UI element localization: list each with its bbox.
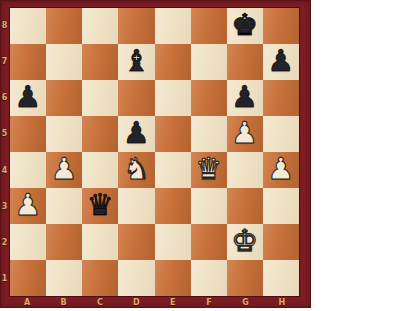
square-d7[interactable]: ♝ <box>118 44 154 80</box>
white-pawn-b4[interactable]: ♟ <box>51 154 78 184</box>
rank-label-3: 3 <box>0 188 9 224</box>
white-knight-d4[interactable]: ♞ <box>123 154 150 184</box>
rank-label-6: 6 <box>0 80 9 116</box>
square-a8[interactable] <box>10 8 46 44</box>
square-d8[interactable] <box>118 8 154 44</box>
square-d2[interactable] <box>118 224 154 260</box>
square-a3[interactable]: ♟ <box>10 188 46 224</box>
square-f7[interactable] <box>191 44 227 80</box>
square-e7[interactable] <box>155 44 191 80</box>
page: ♚♝♟♟♟♟♟♟♞♛♟♟♛♚ 87654321ABCDEFGH <box>0 0 414 311</box>
file-label-g: G <box>227 297 263 308</box>
square-h1[interactable] <box>263 260 299 296</box>
square-d4[interactable]: ♞ <box>118 152 154 188</box>
square-h2[interactable] <box>263 224 299 260</box>
square-f6[interactable] <box>191 80 227 116</box>
square-b5[interactable] <box>46 116 82 152</box>
file-label-f: F <box>191 297 227 308</box>
square-g2[interactable]: ♚ <box>227 224 263 260</box>
square-g3[interactable] <box>227 188 263 224</box>
square-g5[interactable]: ♟ <box>227 116 263 152</box>
file-label-e: E <box>155 297 191 308</box>
square-h4[interactable]: ♟ <box>263 152 299 188</box>
file-label-a: A <box>9 297 45 308</box>
square-a1[interactable] <box>10 260 46 296</box>
square-a4[interactable] <box>10 152 46 188</box>
square-b6[interactable] <box>46 80 82 116</box>
square-b1[interactable] <box>46 260 82 296</box>
square-a6[interactable]: ♟ <box>10 80 46 116</box>
white-pawn-a3[interactable]: ♟ <box>15 190 42 220</box>
square-d5[interactable]: ♟ <box>118 116 154 152</box>
square-b4[interactable]: ♟ <box>46 152 82 188</box>
square-d6[interactable] <box>118 80 154 116</box>
chess-board: ♚♝♟♟♟♟♟♟♞♛♟♟♛♚ <box>9 7 300 297</box>
square-f2[interactable] <box>191 224 227 260</box>
square-e8[interactable] <box>155 8 191 44</box>
white-king-g2[interactable]: ♚ <box>231 226 258 256</box>
square-h5[interactable] <box>263 116 299 152</box>
square-c8[interactable] <box>82 8 118 44</box>
square-d3[interactable] <box>118 188 154 224</box>
file-label-b: B <box>45 297 81 308</box>
black-bishop-d7[interactable]: ♝ <box>123 46 150 76</box>
black-pawn-d5[interactable]: ♟ <box>123 118 150 148</box>
black-king-g8[interactable]: ♚ <box>231 10 258 40</box>
square-c1[interactable] <box>82 260 118 296</box>
square-g8[interactable]: ♚ <box>227 8 263 44</box>
square-g6[interactable]: ♟ <box>227 80 263 116</box>
square-g1[interactable] <box>227 260 263 296</box>
black-pawn-a6[interactable]: ♟ <box>15 82 42 112</box>
square-e5[interactable] <box>155 116 191 152</box>
square-b3[interactable] <box>46 188 82 224</box>
file-label-c: C <box>82 297 118 308</box>
square-g4[interactable] <box>227 152 263 188</box>
square-e3[interactable] <box>155 188 191 224</box>
square-e6[interactable] <box>155 80 191 116</box>
square-h8[interactable] <box>263 8 299 44</box>
square-b7[interactable] <box>46 44 82 80</box>
square-a5[interactable] <box>10 116 46 152</box>
square-a7[interactable] <box>10 44 46 80</box>
rank-label-2: 2 <box>0 225 9 261</box>
square-f4[interactable]: ♛ <box>191 152 227 188</box>
rank-label-1: 1 <box>0 261 9 297</box>
square-c6[interactable] <box>82 80 118 116</box>
rank-label-7: 7 <box>0 43 9 79</box>
square-f8[interactable] <box>191 8 227 44</box>
square-a2[interactable] <box>10 224 46 260</box>
white-pawn-g5[interactable]: ♟ <box>231 118 258 148</box>
square-e1[interactable] <box>155 260 191 296</box>
white-queen-f4[interactable]: ♛ <box>195 154 222 184</box>
square-f1[interactable] <box>191 260 227 296</box>
white-pawn-h4[interactable]: ♟ <box>267 154 294 184</box>
square-c5[interactable] <box>82 116 118 152</box>
square-e4[interactable] <box>155 152 191 188</box>
rank-label-8: 8 <box>0 7 9 43</box>
square-h3[interactable] <box>263 188 299 224</box>
file-label-d: D <box>118 297 154 308</box>
black-pawn-h7[interactable]: ♟ <box>267 46 294 76</box>
square-b8[interactable] <box>46 8 82 44</box>
square-c4[interactable] <box>82 152 118 188</box>
square-e2[interactable] <box>155 224 191 260</box>
square-b2[interactable] <box>46 224 82 260</box>
file-label-h: H <box>264 297 300 308</box>
square-g7[interactable] <box>227 44 263 80</box>
rank-label-5: 5 <box>0 116 9 152</box>
rank-label-4: 4 <box>0 152 9 188</box>
square-c3[interactable]: ♛ <box>82 188 118 224</box>
square-f5[interactable] <box>191 116 227 152</box>
square-d1[interactable] <box>118 260 154 296</box>
black-queen-c3[interactable]: ♛ <box>87 190 114 220</box>
square-f3[interactable] <box>191 188 227 224</box>
black-pawn-g6[interactable]: ♟ <box>231 82 258 112</box>
square-c7[interactable] <box>82 44 118 80</box>
board-frame: ♚♝♟♟♟♟♟♟♞♛♟♟♛♚ 87654321ABCDEFGH <box>0 0 311 308</box>
square-h7[interactable]: ♟ <box>263 44 299 80</box>
square-h6[interactable] <box>263 80 299 116</box>
square-c2[interactable] <box>82 224 118 260</box>
